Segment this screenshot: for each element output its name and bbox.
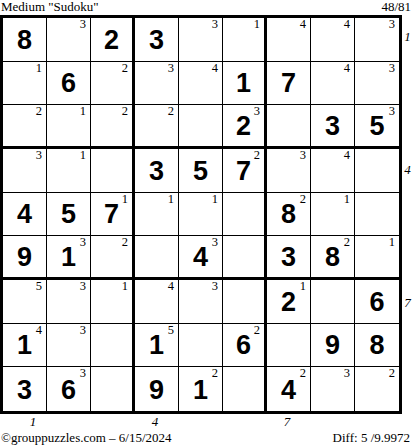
cell-r8c3[interactable]: [91, 324, 135, 368]
cell-value: 2: [236, 111, 251, 140]
cell-value: 3: [325, 111, 340, 140]
pencil-mark: 2: [168, 105, 174, 118]
cell-value: 4: [17, 199, 32, 228]
cell-value: 9: [325, 330, 340, 359]
pencil-mark: 2: [122, 62, 128, 75]
cell-r2c7[interactable]: 7: [267, 62, 311, 106]
cell-value: 3: [17, 375, 32, 404]
difficulty-text: Diff: 5 /9.9972: [333, 431, 410, 445]
pencil-mark: 2: [212, 367, 218, 380]
footer: ©grouppuzzles.com – 6/15/2024 Diff: 5 /9…: [1, 431, 410, 445]
pencil-mark: 1: [300, 280, 306, 293]
cell-r2c4[interactable]: 3: [135, 62, 179, 106]
pencil-mark: 4: [36, 324, 42, 337]
cell-value: 6: [369, 287, 384, 316]
pencil-mark: 3: [212, 18, 218, 31]
pencil-mark: 3: [389, 105, 395, 118]
cell-r8c4[interactable]: 15: [135, 324, 179, 368]
pencil-mark: 3: [300, 149, 306, 162]
pencil-mark: 1: [122, 280, 128, 293]
pencil-mark: 2: [389, 367, 395, 380]
cell-value: 1: [149, 330, 164, 359]
pencil-mark: 2: [254, 149, 260, 162]
pencil-mark: 1: [36, 62, 42, 75]
cell-r6c8[interactable]: 82: [311, 236, 355, 280]
cell-r1c6[interactable]: 1: [223, 18, 267, 62]
pencil-mark: 4: [212, 62, 218, 75]
cell-r8c9[interactable]: 8: [355, 324, 399, 368]
cell-r8c7[interactable]: [267, 324, 311, 368]
pencil-mark: 3: [254, 105, 260, 118]
cell-value: 1: [17, 330, 32, 359]
row-marker-4: 4: [403, 148, 412, 192]
pencil-mark: 3: [80, 18, 86, 31]
cell-value: 6: [236, 330, 251, 359]
pencil-mark: 2: [122, 236, 128, 249]
cell-value: 8: [281, 199, 296, 228]
pencil-mark: 1: [254, 18, 260, 31]
pencil-mark: 3: [389, 62, 395, 75]
pencil-mark: 3: [80, 280, 86, 293]
cell-r4c6[interactable]: 72: [223, 149, 267, 193]
pencil-mark: 3: [389, 18, 395, 31]
row-marker-1: 1: [403, 15, 412, 59]
cell-r6c6[interactable]: [223, 236, 267, 280]
cell-r6c1[interactable]: 9: [3, 236, 47, 280]
cell-value: 3: [149, 156, 164, 185]
cell-r7c7[interactable]: 21: [267, 280, 311, 324]
cell-r3c7[interactable]: [267, 105, 311, 149]
pencil-mark: 2: [300, 193, 306, 206]
cell-value: 7: [104, 199, 119, 228]
pencil-mark: 3: [212, 236, 218, 249]
cell-r9c7[interactable]: 42: [267, 367, 311, 411]
cell-value: 4: [193, 242, 208, 271]
pencil-mark: 1: [80, 105, 86, 118]
cell-r3c2[interactable]: 1: [47, 105, 91, 149]
cell-r3c9[interactable]: 53: [355, 105, 399, 149]
cell-r9c8[interactable]: 3: [311, 367, 355, 411]
cell-r8c2[interactable]: 3: [47, 324, 91, 368]
cell-r9c2[interactable]: 63: [47, 367, 91, 411]
cell-r3c1[interactable]: 2: [3, 105, 47, 149]
pencil-mark: 1: [212, 193, 218, 206]
cell-value: 5: [369, 111, 384, 140]
pencil-mark: 2: [254, 324, 260, 337]
cell-r8c5[interactable]: [179, 324, 223, 368]
cell-r7c2[interactable]: 3: [47, 280, 91, 324]
cell-r2c6[interactable]: 1: [223, 62, 267, 106]
cell-r8c8[interactable]: 9: [311, 324, 355, 368]
cell-r7c4[interactable]: 4: [135, 280, 179, 324]
cell-r6c4[interactable]: [135, 236, 179, 280]
cell-r8c6[interactable]: 62: [223, 324, 267, 368]
cell-r9c3[interactable]: [91, 367, 135, 411]
cell-r6c9[interactable]: 1: [355, 236, 399, 280]
cell-r5c1[interactable]: 4: [3, 193, 47, 237]
col-marker-7: 7: [281, 415, 293, 429]
cell-r1c1[interactable]: 8: [3, 18, 47, 62]
cell-r5c9[interactable]: [355, 193, 399, 237]
page-title: Medium "Sudoku": [1, 0, 99, 14]
pencil-mark: 3: [212, 280, 218, 293]
cell-r3c6[interactable]: 23: [223, 105, 267, 149]
cell-r6c7[interactable]: 3: [267, 236, 311, 280]
pencil-mark: 3: [168, 62, 174, 75]
cell-r1c2[interactable]: 3: [47, 18, 91, 62]
pencil-mark: 1: [168, 193, 174, 206]
cell-r9c6[interactable]: [223, 367, 267, 411]
cell-value: 4: [281, 375, 296, 404]
cell-r6c2[interactable]: 13: [47, 236, 91, 280]
cell-value: 9: [149, 375, 164, 404]
cell-r1c4[interactable]: 3: [135, 18, 179, 62]
cell-r4c1[interactable]: 3: [3, 149, 47, 193]
cell-r3c3[interactable]: 2: [91, 105, 135, 149]
cell-r7c6[interactable]: [223, 280, 267, 324]
cell-r7c8[interactable]: [311, 280, 355, 324]
cell-value: 3: [149, 25, 164, 54]
cell-value: 8: [369, 330, 384, 359]
col-marker-1: 1: [27, 415, 39, 429]
pencil-mark: 3: [80, 324, 86, 337]
cell-r9c1[interactable]: 3: [3, 367, 47, 411]
cell-r4c4[interactable]: 3: [135, 149, 179, 193]
cell-r5c2[interactable]: 5: [47, 193, 91, 237]
cell-r7c5[interactable]: 3: [179, 280, 223, 324]
cell-value: 7: [236, 156, 251, 185]
cell-value: 6: [61, 375, 76, 404]
pencil-mark: 2: [344, 236, 350, 249]
pencil-mark: 5: [168, 324, 174, 337]
cell-value: 2: [104, 25, 119, 54]
cell-value: 5: [61, 199, 76, 228]
cell-r2c2[interactable]: 6: [47, 62, 91, 106]
pencil-mark: 4: [344, 18, 350, 31]
cell-value: 3: [281, 242, 296, 271]
cell-value: 7: [281, 68, 296, 97]
sudoku-grid: 8323314431623417432122233533135723445711…: [0, 15, 402, 414]
pencil-mark: 5: [36, 280, 42, 293]
cell-r9c9[interactable]: 2: [355, 367, 399, 411]
cell-value: 5: [193, 156, 208, 185]
cell-r2c5[interactable]: 4: [179, 62, 223, 106]
pencil-mark: 4: [300, 18, 306, 31]
pencil-mark: 4: [168, 280, 174, 293]
pencil-mark: 4: [344, 149, 350, 162]
cell-r4c9[interactable]: [355, 149, 399, 193]
cell-r2c8[interactable]: 4: [311, 62, 355, 106]
pencil-mark: 4: [344, 62, 350, 75]
cell-r5c3[interactable]: 71: [91, 193, 135, 237]
cell-r1c9[interactable]: 3: [355, 18, 399, 62]
cell-r2c9[interactable]: 3: [355, 62, 399, 106]
cell-r7c1[interactable]: 5: [3, 280, 47, 324]
pencil-mark: 3: [80, 236, 86, 249]
cell-r1c8[interactable]: 4: [311, 18, 355, 62]
cell-r4c5[interactable]: 5: [179, 149, 223, 193]
cell-r7c9[interactable]: 6: [355, 280, 399, 324]
row-marker-7: 7: [403, 281, 412, 325]
cell-value: 9: [17, 242, 32, 271]
cell-r4c3[interactable]: [91, 149, 135, 193]
cell-value: 8: [325, 242, 340, 271]
cell-r6c5[interactable]: 43: [179, 236, 223, 280]
pencil-mark: 1: [344, 193, 350, 206]
cell-r8c1[interactable]: 14: [3, 324, 47, 368]
cell-r2c1[interactable]: 1: [3, 62, 47, 106]
cell-r7c3[interactable]: 1: [91, 280, 135, 324]
cell-value: 1: [193, 375, 208, 404]
pencil-mark: 1: [80, 149, 86, 162]
cell-value: 8: [17, 25, 32, 54]
pencil-mark: 2: [36, 105, 42, 118]
cell-r9c4[interactable]: 9: [135, 367, 179, 411]
cell-r4c2[interactable]: 1: [47, 149, 91, 193]
pencil-mark: 3: [36, 149, 42, 162]
pencil-mark: 3: [344, 367, 350, 380]
cell-r5c4[interactable]: 1: [135, 193, 179, 237]
cell-r4c8[interactable]: 4: [311, 149, 355, 193]
progress-counter: 48/81: [381, 0, 411, 14]
cell-r1c5[interactable]: 3: [179, 18, 223, 62]
pencil-mark: 2: [300, 367, 306, 380]
cell-r3c4[interactable]: 2: [135, 105, 179, 149]
cell-value: 1: [61, 242, 76, 271]
pencil-mark: 1: [122, 193, 128, 206]
cell-r4c7[interactable]: 3: [267, 149, 311, 193]
cell-value: 6: [61, 68, 76, 97]
cell-r5c7[interactable]: 82: [267, 193, 311, 237]
cell-r5c8[interactable]: 1: [311, 193, 355, 237]
cell-r5c6[interactable]: [223, 193, 267, 237]
cell-r2c3[interactable]: 2: [91, 62, 135, 106]
col-marker-4: 4: [149, 415, 161, 429]
pencil-mark: 1: [389, 236, 395, 249]
copyright-text: ©grouppuzzles.com – 6/15/2024: [1, 431, 172, 445]
cell-r5c5[interactable]: 1: [179, 193, 223, 237]
cell-r6c3[interactable]: 2: [91, 236, 135, 280]
pencil-mark: 2: [122, 105, 128, 118]
cell-r1c7[interactable]: 4: [267, 18, 311, 62]
header: Medium "Sudoku" 48/81: [1, 0, 411, 14]
cell-r3c8[interactable]: 3: [311, 105, 355, 149]
cell-value: 2: [281, 287, 296, 316]
cell-value: 1: [236, 68, 251, 97]
cell-r9c5[interactable]: 12: [179, 367, 223, 411]
cell-r3c5[interactable]: [179, 105, 223, 149]
cell-r1c3[interactable]: 2: [91, 18, 135, 62]
pencil-mark: 3: [80, 367, 86, 380]
